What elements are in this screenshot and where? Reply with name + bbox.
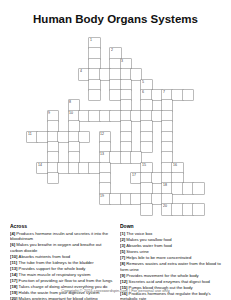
empty-space <box>172 194 182 204</box>
grid-cell-r8c13[interactable] <box>162 121 172 131</box>
empty-space <box>37 100 47 110</box>
empty-space <box>58 152 68 162</box>
empty-space <box>183 142 193 152</box>
grid-cell-r10c9[interactable] <box>121 142 131 152</box>
empty-space <box>37 194 47 204</box>
empty-space <box>89 173 99 183</box>
grid-cell-r12c5[interactable] <box>79 163 89 173</box>
clue-number-5: 5 <box>142 80 144 84</box>
empty-space <box>48 194 58 204</box>
grid-cell-r15c8[interactable] <box>110 194 120 204</box>
empty-space <box>69 59 79 69</box>
empty-space <box>183 152 193 162</box>
clue-number-3: 3 <box>121 59 123 63</box>
grid-cell-r1c8[interactable]: 2 <box>110 48 120 58</box>
grid-cell-r12c7[interactable] <box>100 163 110 173</box>
empty-space <box>69 194 79 204</box>
grid-cell-r15c12[interactable] <box>152 194 162 204</box>
empty-space <box>172 111 182 121</box>
across-header: Across <box>10 223 114 230</box>
empty-space <box>193 69 203 79</box>
empty-space <box>162 69 172 79</box>
empty-space <box>37 204 47 214</box>
grid-cell-r12c3[interactable] <box>58 163 68 173</box>
empty-space <box>121 48 131 58</box>
empty-space <box>152 69 162 79</box>
grid-cell-r5c13[interactable]: 7 <box>162 90 172 100</box>
grid-cell-r14c14[interactable] <box>172 183 182 193</box>
grid-cell-r4c9[interactable] <box>121 80 131 90</box>
empty-space <box>152 152 162 162</box>
empty-space <box>89 132 99 142</box>
empty-space <box>48 90 58 100</box>
grid-cell-r13c11[interactable] <box>141 173 151 183</box>
clue-number-4: 4 <box>80 69 82 73</box>
grid-cell-r12c6[interactable] <box>89 163 99 173</box>
empty-space <box>58 38 68 48</box>
empty-space <box>27 183 37 193</box>
empty-space <box>58 121 68 131</box>
empty-space <box>131 121 141 131</box>
grid-cell-r8c9[interactable] <box>121 121 131 131</box>
empty-space <box>193 111 203 121</box>
empty-space <box>193 48 203 58</box>
empty-space <box>79 173 89 183</box>
grid-cell-r15c10[interactable] <box>131 194 141 204</box>
empty-space <box>58 173 68 183</box>
page-title: Human Body Organs Systems <box>0 13 231 25</box>
grid-cell-r11c8[interactable] <box>110 152 120 162</box>
grid-cell-r16c13[interactable]: 20 <box>162 204 172 214</box>
clue-number-14: 14 <box>38 163 42 167</box>
grid-cell-r2c8[interactable] <box>110 59 120 69</box>
empty-space <box>27 59 37 69</box>
clue-down-9: [9] Provides movement for the whole body <box>120 272 224 278</box>
grid-cell-r15c11[interactable] <box>141 194 151 204</box>
empty-space <box>27 163 37 173</box>
grid-cell-r3c8[interactable] <box>110 69 120 79</box>
empty-space <box>100 90 110 100</box>
grid-cell-r8c4[interactable] <box>69 121 79 131</box>
grid-cell-r9c9[interactable] <box>121 132 131 142</box>
grid-cell-r16c14[interactable] <box>172 204 182 214</box>
empty-space <box>37 38 47 48</box>
down-header: Down <box>120 223 224 230</box>
empty-space <box>58 204 68 214</box>
empty-space <box>152 100 162 110</box>
empty-space <box>121 173 131 183</box>
grid-cell-r5c8[interactable] <box>110 90 120 100</box>
empty-space <box>58 183 68 193</box>
clue-across-17: [17] Function of providing air flow to a… <box>10 278 114 284</box>
crossword-grid: 1234567891011121314151617181920 <box>27 38 204 215</box>
grid-cell-r6c13[interactable] <box>162 100 172 110</box>
empty-space <box>27 90 37 100</box>
empty-space <box>100 80 110 90</box>
grid-cell-r3c9[interactable] <box>121 69 131 79</box>
grid-cell-r8c11[interactable] <box>141 121 151 131</box>
clue-number-8: 8 <box>69 100 71 104</box>
clue-down-5: [5] Stores urine <box>120 249 224 255</box>
empty-space <box>183 38 193 48</box>
empty-space <box>121 163 131 173</box>
clue-down-12: [12] Secretes acid and enzymes that dige… <box>120 278 224 284</box>
clue-down-2: [2] Makes you swallow food <box>120 237 224 243</box>
empty-space <box>100 48 110 58</box>
grid-cell-r5c9[interactable] <box>121 90 131 100</box>
empty-space <box>48 183 58 193</box>
empty-space <box>141 152 151 162</box>
grid-cell-r11c7[interactable]: 13 <box>100 152 110 162</box>
empty-space <box>152 204 162 214</box>
grid-cell-r2c9[interactable]: 3 <box>121 59 131 69</box>
empty-space <box>152 59 162 69</box>
grid-cell-r6c4[interactable]: 8 <box>69 100 79 110</box>
grid-cell-r3c7[interactable] <box>100 69 110 79</box>
grid-cell-r14c13[interactable]: 18 <box>162 183 172 193</box>
grid-cell-r12c14[interactable]: 16 <box>172 163 182 173</box>
empty-space <box>69 204 79 214</box>
empty-space <box>183 69 193 79</box>
empty-space <box>183 132 193 142</box>
empty-space <box>58 48 68 58</box>
grid-cell-r13c14[interactable] <box>172 173 182 183</box>
empty-space <box>48 59 58 69</box>
empty-space <box>183 111 193 121</box>
grid-cell-r5c15[interactable] <box>183 90 193 100</box>
empty-space <box>131 90 141 100</box>
grid-cell-r9c4[interactable] <box>69 132 79 142</box>
grid-cell-r7c4[interactable]: 10 <box>69 111 79 121</box>
grid-cell-r12c1[interactable]: 14 <box>37 163 47 173</box>
clue-number-11: 11 <box>28 132 32 136</box>
empty-space <box>58 80 68 90</box>
grid-cell-r1c6[interactable] <box>89 48 99 58</box>
empty-space <box>121 204 131 214</box>
empty-space <box>172 100 182 110</box>
grid-cell-r15c7[interactable]: 19 <box>100 194 110 204</box>
empty-space <box>131 142 141 152</box>
empty-space <box>100 59 110 69</box>
empty-space <box>100 38 110 48</box>
clue-across-6: [6] Makes you breathe in oxygen and brea… <box>10 242 114 253</box>
grid-cell-r7c7[interactable] <box>100 111 110 121</box>
empty-space <box>172 38 182 48</box>
empty-space <box>89 204 99 214</box>
grid-cell-r7c13[interactable] <box>162 111 172 121</box>
empty-space <box>141 38 151 48</box>
grid-cell-r12c11[interactable]: 15 <box>141 163 151 173</box>
empty-space <box>69 48 79 58</box>
empty-space <box>193 173 203 183</box>
grid-cell-r16c11[interactable] <box>141 204 151 214</box>
grid-cell-r4c11[interactable]: 5 <box>141 80 151 90</box>
empty-space <box>152 38 162 48</box>
clue-down-7: [7] Helps bile to be more concentrated <box>120 255 224 261</box>
copyright-text: Copyright © 2024 crosswordspin.com | For… <box>0 288 231 293</box>
empty-space <box>79 90 89 100</box>
empty-space <box>162 48 172 58</box>
empty-space <box>131 38 141 48</box>
empty-space <box>121 183 131 193</box>
copyright-footer: Copyright © 2024 crosswordspin.com | For… <box>0 288 231 297</box>
grid-cell-r16c15[interactable] <box>183 204 193 214</box>
empty-space <box>183 80 193 90</box>
grid-cell-r8c2[interactable] <box>48 121 58 131</box>
empty-space <box>110 142 120 152</box>
empty-space <box>193 59 203 69</box>
empty-space <box>79 204 89 214</box>
empty-space <box>193 142 203 152</box>
empty-space <box>152 132 162 142</box>
empty-space <box>152 80 162 90</box>
empty-space <box>152 48 162 58</box>
empty-space <box>58 69 68 79</box>
grid-cell-r10c2[interactable] <box>48 142 58 152</box>
empty-space <box>172 59 182 69</box>
grid-cell-r12c4[interactable] <box>69 163 79 173</box>
grid-cell-r9c0[interactable]: 11 <box>27 132 37 142</box>
grid-cell-r11c9[interactable] <box>121 152 131 162</box>
grid-cell-r7c9[interactable] <box>121 111 131 121</box>
grid-cell-r6c9[interactable] <box>121 100 131 110</box>
clue-across-11: [11] The tube from the kidneys to the bl… <box>10 260 114 266</box>
grid-cell-r11c2[interactable] <box>48 152 58 162</box>
empty-space <box>79 80 89 90</box>
grid-cell-r7c10[interactable] <box>131 111 141 121</box>
clue-across-10: [10] Absorbs nutrients from food <box>10 254 114 260</box>
clue-number-15: 15 <box>142 163 146 167</box>
clue-number-20: 20 <box>163 204 167 208</box>
grid-cell-r9c11[interactable] <box>141 132 151 142</box>
empty-space <box>27 100 37 110</box>
empty-space <box>193 132 203 142</box>
empty-space <box>58 194 68 204</box>
empty-space <box>79 183 89 193</box>
grid-cell-r10c11[interactable] <box>141 142 151 152</box>
grid-cell-r0c6[interactable]: 1 <box>89 38 99 48</box>
empty-space <box>152 183 162 193</box>
empty-space <box>37 173 47 183</box>
clue-number-9: 9 <box>48 111 50 115</box>
empty-space <box>110 121 120 131</box>
clue-number-7: 7 <box>163 90 165 94</box>
grid-cell-r12c13[interactable] <box>162 163 172 173</box>
empty-space <box>183 48 193 58</box>
empty-space <box>58 59 68 69</box>
clue-down-1: [1] The voice box <box>120 231 224 237</box>
empty-space <box>79 194 89 204</box>
empty-space <box>48 100 58 110</box>
empty-space <box>131 204 141 214</box>
grid-cell-r13c2[interactable] <box>48 173 58 183</box>
grid-cell-r14c16[interactable] <box>193 183 203 193</box>
clue-number-19: 19 <box>100 194 104 198</box>
empty-space <box>172 152 182 162</box>
grid-cell-r3c5[interactable]: 4 <box>79 69 89 79</box>
empty-space <box>37 183 47 193</box>
empty-space <box>131 132 141 142</box>
empty-space <box>37 80 47 90</box>
empty-space <box>69 173 79 183</box>
empty-space <box>69 69 79 79</box>
empty-space <box>48 80 58 90</box>
empty-space <box>183 163 193 173</box>
grid-cell-r14c15[interactable] <box>183 183 193 193</box>
empty-space <box>37 152 47 162</box>
empty-space <box>58 142 68 152</box>
grid-cell-r15c9[interactable] <box>121 194 131 204</box>
empty-space <box>162 59 172 69</box>
empty-space <box>162 38 172 48</box>
clue-number-1: 1 <box>90 38 92 42</box>
empty-space <box>48 204 58 214</box>
empty-space <box>193 100 203 110</box>
grid-cell-r3c10[interactable] <box>131 69 141 79</box>
grid-cell-r11c13[interactable] <box>162 152 172 162</box>
grid-cell-r4c6[interactable] <box>89 80 99 90</box>
empty-space <box>37 90 47 100</box>
empty-space <box>172 142 182 152</box>
empty-space <box>172 80 182 90</box>
grid-cell-r4c8[interactable] <box>110 80 120 90</box>
empty-space <box>131 80 141 90</box>
empty-space <box>193 38 203 48</box>
grid-cell-r7c2[interactable]: 9 <box>48 111 58 121</box>
empty-space <box>110 132 120 142</box>
empty-space <box>37 121 47 131</box>
empty-space <box>172 121 182 131</box>
empty-space <box>89 194 99 204</box>
empty-space <box>89 100 99 110</box>
grid-cell-r7c11[interactable] <box>141 111 151 121</box>
empty-space <box>193 80 203 90</box>
empty-space <box>172 132 182 142</box>
grid-cell-r14c11[interactable] <box>141 183 151 193</box>
clue-number-13: 13 <box>100 152 104 156</box>
grid-cell-r9c1[interactable] <box>37 132 47 142</box>
grid-cell-r3c6[interactable] <box>89 69 99 79</box>
grid-cell-r13c12[interactable] <box>152 173 162 183</box>
empty-space <box>37 142 47 152</box>
clue-across-14: [14] The main muscle of respiratory syst… <box>10 272 114 278</box>
empty-space <box>193 121 203 131</box>
grid-cell-r5c11[interactable]: 6 <box>141 90 151 100</box>
empty-space <box>58 111 68 121</box>
empty-space <box>183 100 193 110</box>
empty-space <box>121 38 131 48</box>
empty-space <box>27 121 37 131</box>
empty-space <box>183 173 193 183</box>
grid-cell-r10c13[interactable] <box>162 142 172 152</box>
empty-space <box>131 59 141 69</box>
grid-cell-r7c5[interactable] <box>79 111 89 121</box>
empty-space <box>152 163 162 173</box>
empty-space <box>172 48 182 58</box>
empty-space <box>141 48 151 58</box>
empty-space <box>141 59 151 69</box>
empty-space <box>183 59 193 69</box>
empty-space <box>193 90 203 100</box>
clue-down-3: [3] Absorbs water from food <box>120 243 224 249</box>
grid-cell-r7c12[interactable] <box>152 111 162 121</box>
clue-number-10: 10 <box>69 111 73 115</box>
empty-space <box>193 163 203 173</box>
empty-space <box>110 204 120 214</box>
empty-space <box>27 152 37 162</box>
grid-cell-r16c16[interactable] <box>193 204 203 214</box>
clue-number-12: 12 <box>100 132 104 136</box>
empty-space <box>89 142 99 152</box>
empty-space <box>69 80 79 90</box>
grid-cell-r2c6[interactable] <box>89 59 99 69</box>
empty-space <box>27 48 37 58</box>
grid-cell-r13c7[interactable] <box>100 173 110 183</box>
grid-cell-r13c10[interactable]: 17 <box>131 173 141 183</box>
empty-space <box>58 100 68 110</box>
grid-cell-r10c4[interactable] <box>69 142 79 152</box>
empty-space <box>27 111 37 121</box>
empty-space <box>79 142 89 152</box>
grid-cell-r12c2[interactable] <box>48 163 58 173</box>
empty-space <box>183 121 193 131</box>
grid-cell-r7c8[interactable] <box>110 111 120 121</box>
clue-number-17: 17 <box>132 173 136 177</box>
empty-space <box>79 38 89 48</box>
empty-space <box>79 100 89 110</box>
clue-number-16: 16 <box>173 163 177 167</box>
clue-number-2: 2 <box>111 48 113 52</box>
grid-cell-r7c6[interactable] <box>89 111 99 121</box>
empty-space <box>110 173 120 183</box>
empty-space <box>183 194 193 204</box>
empty-space <box>58 90 68 100</box>
empty-space <box>110 100 120 110</box>
grid-cell-r6c11[interactable] <box>141 100 151 110</box>
grid-cell-r5c14[interactable] <box>172 90 182 100</box>
empty-space <box>162 80 172 90</box>
empty-space <box>27 204 37 214</box>
grid-cell-r9c3[interactable] <box>58 132 68 142</box>
clue-number-6: 6 <box>142 90 144 94</box>
empty-space <box>37 111 47 121</box>
empty-space <box>89 121 99 131</box>
empty-space <box>27 194 37 204</box>
grid-cell-r9c13[interactable] <box>162 132 172 142</box>
grid-cell-r9c2[interactable] <box>48 132 58 142</box>
empty-space <box>152 121 162 131</box>
grid-cell-r5c12[interactable] <box>152 90 162 100</box>
clue-number-18: 18 <box>163 183 167 187</box>
empty-space <box>100 121 110 131</box>
grid-cell-r11c10[interactable] <box>131 152 141 162</box>
empty-space <box>69 38 79 48</box>
empty-space <box>48 48 58 58</box>
grid-cell-r5c6[interactable] <box>89 90 99 100</box>
grid-cell-r9c5[interactable] <box>79 132 89 142</box>
empty-space <box>37 69 47 79</box>
empty-space <box>27 38 37 48</box>
empty-space <box>27 69 37 79</box>
empty-space <box>48 38 58 48</box>
empty-space <box>100 100 110 110</box>
grid-cell-r11c4[interactable] <box>69 152 79 162</box>
empty-space <box>27 173 37 183</box>
grid-cell-r14c7[interactable] <box>100 183 110 193</box>
grid-cell-r9c7[interactable]: 12 <box>100 132 110 142</box>
empty-space <box>152 142 162 152</box>
clue-across-13: [13] Provides support for the whole body <box>10 266 114 272</box>
